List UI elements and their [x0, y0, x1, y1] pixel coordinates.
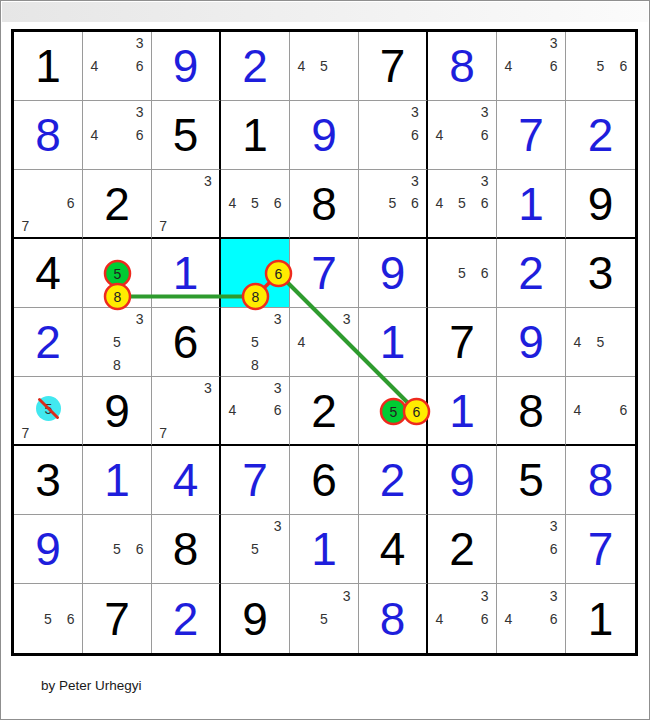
cell-r6c9[interactable]: 46 [566, 377, 635, 446]
candidate-5: 5 [244, 192, 267, 214]
cell-r8c9[interactable]: 7 [566, 515, 635, 584]
candidate-6: 6 [473, 192, 496, 214]
candidate-6: 6 [404, 124, 426, 147]
given-digit: 9 [588, 181, 614, 227]
candidate-6: 6 [128, 55, 151, 78]
cell-r7c6[interactable]: 2 [359, 446, 428, 515]
solved-digit: 1 [173, 250, 199, 296]
given-digit: 1 [35, 43, 61, 89]
candidate-5: 5 [37, 607, 60, 630]
cell-r4c1[interactable]: 4 [14, 239, 83, 308]
solved-digit: 8 [588, 457, 614, 503]
candidate-grid: 46 [566, 377, 635, 444]
given-digit: 8 [311, 181, 337, 227]
cell-r4c2[interactable]: 58 [83, 239, 152, 308]
candidate-8: 8 [106, 353, 129, 376]
solved-digit: 2 [173, 596, 199, 642]
cell-r9c7[interactable]: 346 [428, 584, 497, 653]
cell-r2c2[interactable]: 346 [83, 101, 152, 170]
solved-digit: 9 [380, 250, 406, 296]
candidate-5: 5 [381, 192, 403, 214]
cell-r9c1[interactable]: 56 [14, 584, 83, 653]
candidate-grid: 346 [428, 584, 496, 653]
candidate-grid: 56 [83, 515, 151, 583]
candidate-5: 5 [313, 607, 336, 630]
solved-digit: 9 [449, 457, 475, 503]
sudoku-app-window: 1346924578346568346519363467267237456835… [0, 0, 650, 720]
candidate-grid: 358 [221, 308, 289, 376]
cell-r7c1[interactable]: 3 [14, 446, 83, 515]
candidate-3: 3 [197, 377, 219, 399]
cell-r4c9[interactable]: 3 [566, 239, 635, 308]
cell-r2c9[interactable]: 2 [566, 101, 635, 170]
cell-r5c2[interactable]: 358 [83, 308, 152, 377]
cell-r4c7[interactable]: 56 [428, 239, 497, 308]
solved-digit: 9 [173, 43, 199, 89]
solved-digit: 8 [380, 596, 406, 642]
candidate-3: 3 [473, 101, 496, 124]
cell-r7c5[interactable]: 6 [290, 446, 359, 515]
candidate-grid: 45 [290, 32, 358, 100]
cell-r6c1[interactable]: 57 [14, 377, 83, 446]
candidate-6: 6 [266, 262, 289, 285]
cell-r5c4[interactable]: 358 [221, 308, 290, 377]
candidate-7: 7 [14, 422, 37, 444]
candidate-8: 8 [244, 353, 267, 376]
cell-r8c7[interactable]: 2 [428, 515, 497, 584]
cell-r9c3[interactable]: 2 [152, 584, 221, 653]
candidate-8: 8 [244, 284, 267, 307]
candidate-6: 6 [266, 192, 289, 214]
cell-r3c6[interactable]: 356 [359, 170, 428, 239]
candidate-grid: 37 [152, 377, 219, 444]
given-digit: 4 [35, 250, 61, 296]
candidate-grid: 56 [428, 239, 496, 307]
solved-digit: 2 [518, 250, 544, 296]
candidate-grid: 68 [221, 239, 289, 307]
sudoku-board: 1346924578346568346519363467267237456835… [11, 29, 638, 656]
cell-r2c4[interactable]: 1 [221, 101, 290, 170]
given-digit: 2 [449, 526, 475, 572]
candidate-5: 5 [589, 55, 612, 78]
cell-r1c6[interactable]: 7 [359, 32, 428, 101]
candidate-4: 4 [290, 55, 313, 78]
candidate-6: 6 [612, 55, 635, 78]
candidate-grid: 358 [83, 308, 151, 376]
candidate-8: 8 [106, 284, 129, 307]
cell-r8c2[interactable]: 56 [83, 515, 152, 584]
cell-r9c6[interactable]: 8 [359, 584, 428, 653]
candidate-4: 4 [566, 331, 589, 354]
cell-r9c4[interactable]: 9 [221, 584, 290, 653]
candidate-5: 5 [451, 262, 474, 285]
candidate-6: 6 [128, 538, 151, 561]
candidate-grid: 346 [497, 32, 565, 100]
cell-r9c8[interactable]: 346 [497, 584, 566, 653]
cell-r5c8[interactable]: 9 [497, 308, 566, 377]
solved-digit: 2 [380, 457, 406, 503]
cell-r4c8[interactable]: 2 [497, 239, 566, 308]
cell-r1c3[interactable]: 9 [152, 32, 221, 101]
cell-r6c4[interactable]: 346 [221, 377, 290, 446]
candidate-6: 6 [473, 124, 496, 147]
candidate-6: 6 [612, 399, 635, 421]
candidate-6: 6 [542, 607, 565, 630]
cell-r4c3[interactable]: 1 [152, 239, 221, 308]
cell-r4c4[interactable]: 68 [221, 239, 290, 308]
candidate-5: 5 [589, 331, 612, 354]
candidate-grid: 35 [290, 584, 358, 653]
candidate-grid: 37 [152, 170, 219, 237]
candidate-5: 5 [106, 538, 129, 561]
candidate-grid: 56 [14, 584, 82, 653]
candidate-grid: 346 [428, 101, 496, 169]
solved-digit: 7 [311, 250, 337, 296]
given-digit: 8 [173, 526, 199, 572]
given-digit: 3 [35, 457, 61, 503]
candidate-3: 3 [128, 101, 151, 124]
candidate-grid: 58 [83, 239, 151, 307]
given-digit: 6 [173, 319, 199, 365]
cell-r3c3[interactable]: 37 [152, 170, 221, 239]
cell-r3c9[interactable]: 9 [566, 170, 635, 239]
cell-r5c6[interactable]: 1 [359, 308, 428, 377]
solved-digit: 7 [518, 112, 544, 158]
candidate-3: 3 [266, 308, 289, 331]
candidate-3: 3 [404, 170, 426, 192]
given-digit: 5 [173, 112, 199, 158]
candidate-grid: 57 [14, 377, 82, 444]
cell-r6c6[interactable]: 56 [359, 377, 428, 446]
cell-r8c3[interactable]: 8 [152, 515, 221, 584]
solved-digit: 9 [311, 112, 337, 158]
candidate-6: 6 [404, 192, 426, 214]
cell-r1c2[interactable]: 346 [83, 32, 152, 101]
cell-r7c2[interactable]: 1 [83, 446, 152, 515]
cell-r2c5[interactable]: 9 [290, 101, 359, 170]
candidate-3: 3 [473, 170, 496, 192]
given-digit: 9 [242, 596, 268, 642]
cell-r3c8[interactable]: 1 [497, 170, 566, 239]
cell-r2c8[interactable]: 7 [497, 101, 566, 170]
given-digit: 3 [588, 250, 614, 296]
candidate-3: 3 [404, 101, 426, 124]
solved-digit: 1 [518, 181, 544, 227]
candidate-7: 7 [152, 422, 174, 444]
candidate-6: 6 [473, 607, 496, 630]
candidate-4: 4 [428, 607, 451, 630]
candidate-6: 6 [266, 399, 289, 421]
cell-r8c4[interactable]: 35 [221, 515, 290, 584]
candidate-6: 6 [542, 538, 565, 561]
cell-r3c1[interactable]: 67 [14, 170, 83, 239]
cell-r8c6[interactable]: 4 [359, 515, 428, 584]
cell-r2c6[interactable]: 36 [359, 101, 428, 170]
candidate-grid: 346 [83, 32, 151, 100]
cell-r6c8[interactable]: 8 [497, 377, 566, 446]
cell-r1c5[interactable]: 45 [290, 32, 359, 101]
cell-r7c3[interactable]: 4 [152, 446, 221, 515]
cell-r7c9[interactable]: 8 [566, 446, 635, 515]
candidate-4: 4 [566, 399, 589, 421]
credit-caption: by Peter Urhegyi [41, 678, 142, 693]
candidate-4: 4 [428, 124, 451, 147]
candidate-4: 4 [83, 55, 106, 78]
cell-r7c7[interactable]: 9 [428, 446, 497, 515]
candidate-4: 4 [221, 399, 244, 421]
candidate-6: 6 [59, 607, 82, 630]
candidate-5: 5 [381, 399, 403, 421]
candidate-6: 6 [473, 262, 496, 285]
candidate-4: 4 [83, 124, 106, 147]
given-digit: 2 [311, 388, 337, 434]
solved-digit: 9 [518, 319, 544, 365]
candidate-3: 3 [542, 515, 565, 538]
solved-digit: 1 [311, 526, 337, 572]
candidate-5: 5 [37, 399, 60, 421]
candidate-5: 5 [313, 55, 336, 78]
solved-digit: 9 [35, 526, 61, 572]
candidate-3: 3 [266, 515, 289, 538]
candidate-3: 3 [542, 584, 565, 607]
cell-r3c2[interactable]: 2 [83, 170, 152, 239]
solved-digit: 2 [242, 43, 268, 89]
candidate-3: 3 [197, 170, 219, 192]
candidate-3: 3 [128, 308, 151, 331]
candidate-5: 5 [244, 538, 267, 561]
cell-r8c1[interactable]: 9 [14, 515, 83, 584]
candidate-4: 4 [497, 607, 520, 630]
cell-r1c9[interactable]: 56 [566, 32, 635, 101]
given-digit: 1 [588, 596, 614, 642]
cell-r8c8[interactable]: 36 [497, 515, 566, 584]
solved-digit: 8 [35, 112, 61, 158]
candidate-7: 7 [14, 215, 37, 237]
given-digit: 7 [449, 319, 475, 365]
candidate-3: 3 [335, 584, 358, 607]
candidate-grid: 35 [221, 515, 289, 583]
given-digit: 4 [380, 526, 406, 572]
candidate-grid: 34 [290, 308, 358, 376]
given-digit: 7 [380, 43, 406, 89]
cell-r5c1[interactable]: 2 [14, 308, 83, 377]
given-digit: 1 [242, 112, 268, 158]
cell-r5c3[interactable]: 6 [152, 308, 221, 377]
candidate-6: 6 [128, 124, 151, 147]
cell-r1c7[interactable]: 8 [428, 32, 497, 101]
candidate-5: 5 [451, 192, 474, 214]
cell-r1c8[interactable]: 346 [497, 32, 566, 101]
candidate-grid: 346 [83, 101, 151, 169]
cell-r3c5[interactable]: 8 [290, 170, 359, 239]
candidate-3: 3 [335, 308, 358, 331]
cell-r3c4[interactable]: 456 [221, 170, 290, 239]
cell-r1c1[interactable]: 1 [14, 32, 83, 101]
cell-r3c7[interactable]: 3456 [428, 170, 497, 239]
cell-r9c9[interactable]: 1 [566, 584, 635, 653]
solved-digit: 4 [173, 457, 199, 503]
top-band [2, 2, 648, 22]
cell-r5c5[interactable]: 34 [290, 308, 359, 377]
cell-r5c9[interactable]: 45 [566, 308, 635, 377]
candidate-5: 5 [106, 262, 129, 285]
candidate-4: 4 [428, 192, 451, 214]
candidate-4: 4 [221, 192, 244, 214]
cell-r6c2[interactable]: 9 [83, 377, 152, 446]
candidate-4: 4 [290, 331, 313, 354]
candidate-7: 7 [152, 215, 174, 237]
given-digit: 9 [104, 388, 130, 434]
candidate-3: 3 [473, 584, 496, 607]
solved-digit: 7 [242, 457, 268, 503]
candidate-6: 6 [59, 192, 82, 214]
candidate-grid: 36 [359, 101, 426, 169]
cell-r7c8[interactable]: 5 [497, 446, 566, 515]
cell-r7c4[interactable]: 7 [221, 446, 290, 515]
candidate-grid: 45 [566, 308, 635, 376]
cell-r6c5[interactable]: 2 [290, 377, 359, 446]
given-digit: 5 [518, 457, 544, 503]
cell-r9c2[interactable]: 7 [83, 584, 152, 653]
candidate-grid: 36 [497, 515, 565, 583]
solved-digit: 1 [449, 388, 475, 434]
candidate-grid: 3456 [428, 170, 496, 237]
cell-r9c5[interactable]: 35 [290, 584, 359, 653]
candidate-grid: 346 [497, 584, 565, 653]
solved-digit: 2 [588, 112, 614, 158]
solved-digit: 7 [588, 526, 614, 572]
candidate-3: 3 [266, 377, 289, 399]
candidate-grid: 356 [359, 170, 426, 237]
cell-r4c5[interactable]: 7 [290, 239, 359, 308]
solved-digit: 1 [104, 457, 130, 503]
solved-digit: 2 [35, 319, 61, 365]
candidate-6: 6 [542, 55, 565, 78]
cell-r6c3[interactable]: 37 [152, 377, 221, 446]
candidate-grid: 67 [14, 170, 82, 237]
given-digit: 8 [518, 388, 544, 434]
candidate-3: 3 [128, 32, 151, 55]
cell-r2c3[interactable]: 5 [152, 101, 221, 170]
candidate-6: 6 [404, 399, 426, 421]
cell-r2c1[interactable]: 8 [14, 101, 83, 170]
given-digit: 7 [104, 596, 130, 642]
solved-digit: 8 [449, 43, 475, 89]
candidate-3: 3 [542, 32, 565, 55]
candidate-grid: 56 [359, 377, 426, 444]
cell-r5c7[interactable]: 7 [428, 308, 497, 377]
candidate-grid: 56 [566, 32, 635, 100]
given-digit: 6 [311, 457, 337, 503]
candidate-5: 5 [106, 331, 129, 354]
cell-r2c7[interactable]: 346 [428, 101, 497, 170]
given-digit: 2 [104, 181, 130, 227]
cell-r8c5[interactable]: 1 [290, 515, 359, 584]
candidate-5: 5 [244, 331, 267, 354]
cell-r4c6[interactable]: 9 [359, 239, 428, 308]
candidate-grid: 456 [221, 170, 289, 237]
cell-r1c4[interactable]: 2 [221, 32, 290, 101]
cell-r6c7[interactable]: 1 [428, 377, 497, 446]
solved-digit: 1 [380, 319, 406, 365]
candidate-4: 4 [497, 55, 520, 78]
candidate-grid: 346 [221, 377, 289, 444]
